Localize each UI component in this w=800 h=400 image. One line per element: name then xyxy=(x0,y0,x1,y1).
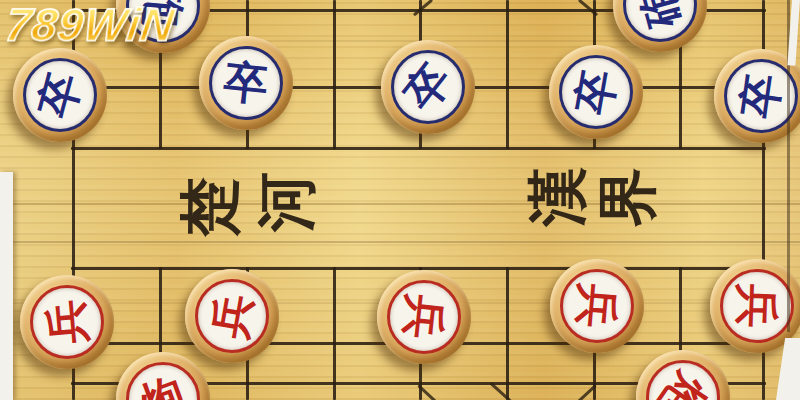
piece-face: 卒 xyxy=(391,50,465,124)
piece-face: 卒 xyxy=(209,46,283,120)
piece-character: 卒 xyxy=(397,56,459,118)
brand-logo: 789WiN xyxy=(2,0,177,52)
piece-red-cannon-file8[interactable]: 炮 xyxy=(636,350,730,400)
piece-character: 兵 xyxy=(400,293,448,341)
background-bottom-right xyxy=(776,338,800,400)
piece-character: 炮 xyxy=(135,371,191,400)
river-label: 漢 xyxy=(527,167,587,227)
plank-seam xyxy=(0,203,800,205)
piece-face: 卒 xyxy=(23,58,97,132)
piece-character: 卒 xyxy=(571,67,622,118)
river-label: 楚 xyxy=(179,177,239,237)
grid-line xyxy=(333,0,336,149)
piece-red-soldier-file1[interactable]: 兵 xyxy=(20,275,114,369)
piece-face: 炮 xyxy=(126,362,200,400)
piece-black-soldier-file7[interactable]: 卒 xyxy=(549,45,643,139)
piece-face: 兵 xyxy=(195,279,269,353)
piece-red-soldier-file7[interactable]: 兵 xyxy=(550,259,644,353)
piece-black-soldier-file3[interactable]: 卒 xyxy=(199,36,293,130)
piece-red-soldier-file5[interactable]: 兵 xyxy=(377,270,471,364)
grid-line xyxy=(506,267,509,400)
piece-black-cannon-file8[interactable]: 砲 xyxy=(613,0,707,52)
piece-character: 卒 xyxy=(33,68,87,122)
piece-character: 兵 xyxy=(734,283,780,329)
piece-character: 兵 xyxy=(573,282,621,330)
piece-face: 兵 xyxy=(560,269,634,343)
piece-character: 卒 xyxy=(222,59,270,107)
xiangqi-board-photo: 楚河漢界 砲砲卒卒卒卒卒兵兵兵兵兵炮炮 789WiN xyxy=(0,0,800,400)
piece-face: 兵 xyxy=(30,285,104,359)
piece-face: 炮 xyxy=(646,360,720,400)
river-label: 河 xyxy=(256,172,316,232)
piece-character: 兵 xyxy=(207,291,258,342)
piece-character: 炮 xyxy=(652,366,713,400)
river-label: 界 xyxy=(597,167,657,227)
piece-face: 兵 xyxy=(720,269,794,343)
piece-character: 砲 xyxy=(633,0,687,32)
piece-black-soldier-file1[interactable]: 卒 xyxy=(13,48,107,142)
grid-line xyxy=(506,0,509,149)
piece-black-soldier-file5[interactable]: 卒 xyxy=(381,40,475,134)
piece-face: 砲 xyxy=(623,0,697,42)
piece-character: 卒 xyxy=(736,71,786,121)
piece-character: 兵 xyxy=(43,298,91,346)
piece-face: 兵 xyxy=(387,280,461,354)
board-left-edge xyxy=(0,172,13,400)
piece-face: 卒 xyxy=(559,55,633,129)
grid-line xyxy=(333,267,336,400)
piece-red-soldier-file3[interactable]: 兵 xyxy=(185,269,279,363)
plank-seam xyxy=(0,241,800,243)
piece-red-cannon-file2[interactable]: 炮 xyxy=(116,352,210,400)
